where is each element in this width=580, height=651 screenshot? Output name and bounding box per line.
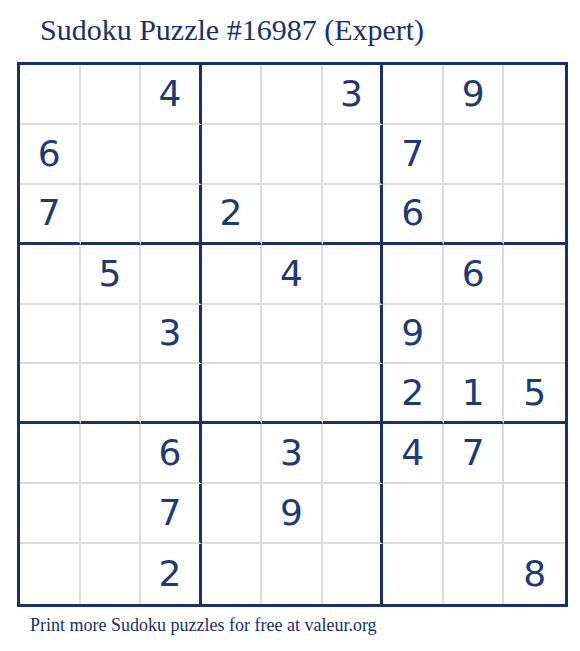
cell-r3c2 — [81, 185, 142, 245]
cell-r5c3: 3 — [141, 305, 202, 365]
cell-r9c9: 8 — [504, 544, 565, 604]
cell-r5c2 — [81, 305, 142, 365]
cell-r1c1 — [20, 65, 81, 125]
cell-r4c5: 4 — [262, 245, 323, 305]
cell-r3c9 — [504, 185, 565, 245]
cell-r1c7 — [383, 65, 444, 125]
cell-r6c3 — [141, 364, 202, 424]
cell-r8c5: 9 — [262, 484, 323, 544]
cell-r2c5 — [262, 125, 323, 185]
cell-r7c3: 6 — [141, 424, 202, 484]
cell-r5c4 — [202, 305, 263, 365]
cell-r3c7: 6 — [383, 185, 444, 245]
cell-r7c2 — [81, 424, 142, 484]
cell-r7c8: 7 — [444, 424, 505, 484]
cell-r9c5 — [262, 544, 323, 604]
cell-r7c4 — [202, 424, 263, 484]
cell-r2c9 — [504, 125, 565, 185]
cell-r5c9 — [504, 305, 565, 365]
cell-r4c6 — [323, 245, 384, 305]
cell-r3c5 — [262, 185, 323, 245]
cell-r7c5: 3 — [262, 424, 323, 484]
cell-r8c8 — [444, 484, 505, 544]
page-title: Sudoku Puzzle #16987 (Expert) — [40, 13, 424, 47]
cell-r4c7 — [383, 245, 444, 305]
cell-r1c2 — [81, 65, 142, 125]
cell-r4c1 — [20, 245, 81, 305]
cell-r2c8 — [444, 125, 505, 185]
cell-r2c2 — [81, 125, 142, 185]
cell-r3c3 — [141, 185, 202, 245]
cell-r3c1: 7 — [20, 185, 81, 245]
cell-r4c9 — [504, 245, 565, 305]
cell-r1c4 — [202, 65, 263, 125]
cell-r9c2 — [81, 544, 142, 604]
cell-r5c8 — [444, 305, 505, 365]
cell-r8c3: 7 — [141, 484, 202, 544]
cell-r3c4: 2 — [202, 185, 263, 245]
cell-r6c6 — [323, 364, 384, 424]
cell-r3c6 — [323, 185, 384, 245]
cell-r1c8: 9 — [444, 65, 505, 125]
cell-r6c7: 2 — [383, 364, 444, 424]
cell-r1c3: 4 — [141, 65, 202, 125]
cell-r8c4 — [202, 484, 263, 544]
cell-r2c1: 6 — [20, 125, 81, 185]
cell-r9c4 — [202, 544, 263, 604]
cell-r7c6 — [323, 424, 384, 484]
cell-r7c9 — [504, 424, 565, 484]
cell-r8c6 — [323, 484, 384, 544]
cell-r3c8 — [444, 185, 505, 245]
cell-r4c2: 5 — [81, 245, 142, 305]
cell-r6c4 — [202, 364, 263, 424]
cell-r5c1 — [20, 305, 81, 365]
cell-r6c1 — [20, 364, 81, 424]
cell-r4c4 — [202, 245, 263, 305]
cell-r9c3: 2 — [141, 544, 202, 604]
cell-r6c8: 1 — [444, 364, 505, 424]
cell-r1c9 — [504, 65, 565, 125]
cell-r2c3 — [141, 125, 202, 185]
cell-r5c7: 9 — [383, 305, 444, 365]
cell-r9c8 — [444, 544, 505, 604]
cell-r1c6: 3 — [323, 65, 384, 125]
cell-r7c7: 4 — [383, 424, 444, 484]
cell-r9c1 — [20, 544, 81, 604]
cell-r4c3 — [141, 245, 202, 305]
cell-r4c8: 6 — [444, 245, 505, 305]
cell-r6c5 — [262, 364, 323, 424]
cell-r7c1 — [20, 424, 81, 484]
cell-r9c7 — [383, 544, 444, 604]
cell-r1c5 — [262, 65, 323, 125]
cell-r8c1 — [20, 484, 81, 544]
cell-r2c4 — [202, 125, 263, 185]
cell-r5c5 — [262, 305, 323, 365]
cell-r8c7 — [383, 484, 444, 544]
cell-r8c9 — [504, 484, 565, 544]
footer-text: Print more Sudoku puzzles for free at va… — [30, 615, 377, 636]
cell-r6c2 — [81, 364, 142, 424]
cell-r8c2 — [81, 484, 142, 544]
cell-r6c9: 5 — [504, 364, 565, 424]
sudoku-board: 439677265463921563477928 — [17, 62, 568, 607]
cell-r9c6 — [323, 544, 384, 604]
cell-r2c6 — [323, 125, 384, 185]
cell-r2c7: 7 — [383, 125, 444, 185]
cell-r5c6 — [323, 305, 384, 365]
